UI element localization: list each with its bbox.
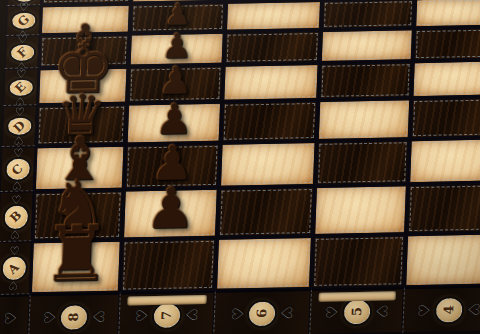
rank-label-cell-E: ♡E♡: [3, 68, 38, 106]
board-photo-scene: ♡H♡♡G♡♟♡F♡♝♟♡E♡♚♟♡D♡♛♟♡C♡♝♟♡B♡♞♟♡A♡♜♡♡8♡…: [0, 0, 480, 334]
stitch-heart-icon: ♡: [17, 33, 27, 44]
file-label-circle: 8: [60, 305, 87, 329]
file-label-cell-7: ♡7♡: [118, 291, 215, 334]
stitch-heart-icon: ♡: [13, 148, 23, 159]
stitch-heart-icon: ♡: [231, 307, 247, 321]
file-label-7: 7: [159, 311, 174, 320]
stitch-heart-icon: ♡: [9, 246, 19, 257]
square-C5: [315, 139, 410, 186]
square-A8: ♜: [30, 240, 122, 295]
square-A7: [120, 238, 217, 293]
rank-label-circle: C: [6, 158, 30, 179]
rank-label-C: C: [9, 161, 26, 178]
stitch-heart-icon: ♡: [14, 135, 24, 146]
chess-piece-rook: ♜: [41, 219, 112, 290]
rank-label-circle: B: [4, 205, 28, 228]
stitch-heart-icon: ♡: [278, 306, 294, 320]
file-label-cell-5: ♡5♡: [309, 287, 404, 334]
square-E6: [222, 63, 319, 102]
square-E5: [318, 61, 412, 100]
stitch-heart-icon: ♡: [15, 107, 25, 118]
file-label-cell-6: ♡6♡: [213, 289, 311, 334]
stitch-heart-icon: ♡: [11, 194, 21, 205]
square-B6: [217, 186, 315, 238]
rank-label-F: F: [14, 44, 30, 60]
square-C6: [219, 141, 317, 188]
stitch-heart-icon: ♡: [10, 228, 20, 239]
square-D5: [317, 98, 412, 141]
stitch-heart-icon: ♡: [8, 280, 18, 291]
file-label-4: 4: [441, 305, 456, 314]
square-F6: [224, 30, 321, 65]
rank-label-D: D: [11, 118, 28, 135]
square-A5: [311, 234, 406, 289]
square-A6: [215, 236, 313, 291]
file-label-5: 5: [349, 307, 364, 316]
rank-label-E: E: [13, 79, 29, 95]
file-label-cell-4: ♡4♡: [402, 285, 480, 333]
square-D4: [410, 96, 480, 139]
rank-label-circle: F: [10, 44, 34, 60]
chess-piece-pawn: ♟: [144, 183, 196, 235]
rank-label-circle: A: [2, 256, 26, 279]
rank-label-B: B: [7, 208, 24, 225]
stitch-heart-icon: ♡: [373, 304, 389, 318]
square-F4: [413, 26, 480, 61]
stitch-heart-icon: ♡: [19, 2, 29, 13]
square-B5: [313, 184, 408, 236]
rank-label-cell-B: ♡B♡: [0, 191, 34, 242]
square-G5: [321, 0, 415, 30]
rank-label-A: A: [6, 260, 22, 276]
square-E4: [411, 59, 480, 98]
stitch-heart-icon: ♡: [465, 302, 480, 316]
border-inlay-strip: [128, 295, 207, 306]
square-F5: [320, 28, 414, 63]
stitch-heart-icon: ♡: [16, 68, 26, 79]
rank-label-circle: D: [7, 117, 31, 134]
stitch-heart-icon: ♡: [417, 303, 433, 317]
square-G4: [414, 0, 480, 28]
border-corner-ornament: ♡: [0, 294, 30, 334]
square-D6: [221, 100, 319, 143]
border-inlay-strip: [319, 291, 396, 301]
rank-label-cell-F: ♡F♡: [4, 35, 39, 69]
rank-label-cell-C: ♡C♡: [0, 146, 35, 192]
stitch-heart-icon: ♡: [90, 310, 106, 324]
rank-label-cell-D: ♡D♡: [1, 105, 37, 147]
square-B7: ♟: [122, 188, 219, 240]
chess-piece-pawn: ♟: [158, 63, 193, 99]
chess-piece-pawn: ♟: [161, 30, 193, 62]
square-G6: [225, 0, 322, 32]
square-B4: [406, 182, 480, 234]
stitch-heart-icon: ♡: [182, 308, 198, 322]
rank-label-cell-G: ♡G♡: [6, 5, 41, 36]
chess-board: ♡H♡♡G♡♟♡F♡♝♟♡E♡♚♟♡D♡♛♟♡C♡♝♟♡B♡♞♟♡A♡♜♡♡8♡…: [0, 0, 480, 334]
file-label-circle: 5: [343, 299, 370, 323]
square-C4: [408, 137, 480, 184]
stitch-heart-icon: ♡: [4, 311, 20, 325]
stitch-heart-icon: ♡: [42, 311, 58, 325]
stitch-heart-icon: ♡: [12, 180, 22, 191]
file-label-circle: 6: [249, 301, 276, 325]
rank-label-circle: E: [9, 79, 33, 95]
stitch-heart-icon: ♡: [15, 95, 25, 106]
rank-label-cell-A: ♡A♡: [0, 241, 32, 295]
stitch-heart-icon: ♡: [325, 305, 341, 319]
square-A4: [404, 232, 480, 287]
rank-label-circle: G: [11, 12, 35, 28]
board-plane: ♡H♡♡G♡♟♡F♡♝♟♡E♡♚♟♡D♡♛♟♡C♡♝♟♡B♡♞♟♡A♡♜♡♡8♡…: [0, 0, 480, 334]
file-label-6: 6: [254, 309, 269, 318]
file-label-8: 8: [66, 312, 81, 321]
file-label-circle: 4: [435, 298, 462, 322]
file-label-circle: 7: [153, 303, 180, 327]
stitch-heart-icon: ♡: [135, 309, 151, 323]
